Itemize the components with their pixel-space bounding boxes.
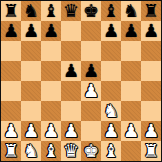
white-rook[interactable]: ♜ (143, 141, 159, 161)
black-pawn[interactable]: ♟ (63, 61, 79, 81)
square-e4[interactable]: ♟ (81, 81, 101, 101)
white-bishop[interactable]: ♝ (103, 141, 119, 161)
square-c7[interactable]: ♟ (41, 21, 61, 41)
black-pawn[interactable]: ♟ (3, 21, 19, 41)
square-g4[interactable] (121, 81, 141, 101)
square-f6[interactable] (101, 41, 121, 61)
square-c3[interactable] (41, 101, 61, 121)
white-pawn[interactable]: ♟ (143, 121, 159, 141)
black-knight[interactable]: ♞ (123, 1, 139, 21)
black-bishop[interactable]: ♝ (103, 1, 119, 21)
square-a5[interactable] (1, 61, 21, 81)
square-a3[interactable] (1, 101, 21, 121)
square-d8[interactable]: ♛ (61, 1, 81, 21)
square-b6[interactable] (21, 41, 41, 61)
black-rook[interactable]: ♜ (143, 1, 159, 21)
square-c5[interactable] (41, 61, 61, 81)
square-b4[interactable] (21, 81, 41, 101)
square-b7[interactable]: ♟ (21, 21, 41, 41)
square-g5[interactable] (121, 61, 141, 81)
square-d5[interactable]: ♟ (61, 61, 81, 81)
black-king[interactable]: ♚ (83, 1, 99, 21)
square-h6[interactable] (141, 41, 161, 61)
white-pawn[interactable]: ♟ (43, 121, 59, 141)
square-a8[interactable]: ♜ (1, 1, 21, 21)
square-d2[interactable]: ♟ (61, 121, 81, 141)
square-d7[interactable] (61, 21, 81, 41)
square-e3[interactable] (81, 101, 101, 121)
square-f1[interactable]: ♝ (101, 141, 121, 161)
square-e1[interactable]: ♚ (81, 141, 101, 161)
black-knight[interactable]: ♞ (23, 1, 39, 21)
square-f8[interactable]: ♝ (101, 1, 121, 21)
square-f2[interactable]: ♟ (101, 121, 121, 141)
black-pawn[interactable]: ♟ (23, 21, 39, 41)
black-pawn[interactable]: ♟ (103, 21, 119, 41)
black-pawn[interactable]: ♟ (83, 61, 99, 81)
white-pawn[interactable]: ♟ (83, 81, 99, 101)
square-f5[interactable] (101, 61, 121, 81)
square-c6[interactable] (41, 41, 61, 61)
square-b5[interactable] (21, 61, 41, 81)
white-queen[interactable]: ♛ (63, 141, 79, 161)
square-h1[interactable]: ♜ (141, 141, 161, 161)
white-pawn[interactable]: ♟ (23, 121, 39, 141)
square-d1[interactable]: ♛ (61, 141, 81, 161)
chess-board: ♜♞♝♛♚♝♞♜♟♟♟♟♟♟♟♟♟♞♟♟♟♟♟♟♟♜♞♝♛♚♝♜ (0, 0, 162, 162)
square-e8[interactable]: ♚ (81, 1, 101, 21)
square-b1[interactable]: ♞ (21, 141, 41, 161)
black-rook[interactable]: ♜ (3, 1, 19, 21)
square-a7[interactable]: ♟ (1, 21, 21, 41)
white-rook[interactable]: ♜ (3, 141, 19, 161)
square-b2[interactable]: ♟ (21, 121, 41, 141)
black-pawn[interactable]: ♟ (43, 21, 59, 41)
square-h7[interactable]: ♟ (141, 21, 161, 41)
square-g2[interactable]: ♟ (121, 121, 141, 141)
square-c1[interactable]: ♝ (41, 141, 61, 161)
square-h3[interactable] (141, 101, 161, 121)
square-a6[interactable] (1, 41, 21, 61)
white-pawn[interactable]: ♟ (3, 121, 19, 141)
square-h5[interactable] (141, 61, 161, 81)
square-g1[interactable] (121, 141, 141, 161)
square-g7[interactable]: ♟ (121, 21, 141, 41)
square-f4[interactable] (101, 81, 121, 101)
square-c2[interactable]: ♟ (41, 121, 61, 141)
square-e7[interactable] (81, 21, 101, 41)
white-knight[interactable]: ♞ (23, 141, 39, 161)
black-pawn[interactable]: ♟ (123, 21, 139, 41)
square-e5[interactable]: ♟ (81, 61, 101, 81)
white-king[interactable]: ♚ (83, 141, 99, 161)
square-a2[interactable]: ♟ (1, 121, 21, 141)
black-queen[interactable]: ♛ (63, 1, 79, 21)
white-knight[interactable]: ♞ (103, 101, 119, 121)
square-h2[interactable]: ♟ (141, 121, 161, 141)
square-c8[interactable]: ♝ (41, 1, 61, 21)
square-g3[interactable] (121, 101, 141, 121)
square-b8[interactable]: ♞ (21, 1, 41, 21)
square-a1[interactable]: ♜ (1, 141, 21, 161)
square-h4[interactable] (141, 81, 161, 101)
white-pawn[interactable]: ♟ (63, 121, 79, 141)
square-f7[interactable]: ♟ (101, 21, 121, 41)
square-d3[interactable] (61, 101, 81, 121)
square-h8[interactable]: ♜ (141, 1, 161, 21)
square-g6[interactable] (121, 41, 141, 61)
square-g8[interactable]: ♞ (121, 1, 141, 21)
square-c4[interactable] (41, 81, 61, 101)
black-bishop[interactable]: ♝ (43, 1, 59, 21)
square-e2[interactable] (81, 121, 101, 141)
square-e6[interactable] (81, 41, 101, 61)
square-b3[interactable] (21, 101, 41, 121)
black-pawn[interactable]: ♟ (143, 21, 159, 41)
square-d6[interactable] (61, 41, 81, 61)
white-bishop[interactable]: ♝ (43, 141, 59, 161)
square-a4[interactable] (1, 81, 21, 101)
square-d4[interactable] (61, 81, 81, 101)
white-pawn[interactable]: ♟ (123, 121, 139, 141)
square-f3[interactable]: ♞ (101, 101, 121, 121)
white-pawn[interactable]: ♟ (103, 121, 119, 141)
